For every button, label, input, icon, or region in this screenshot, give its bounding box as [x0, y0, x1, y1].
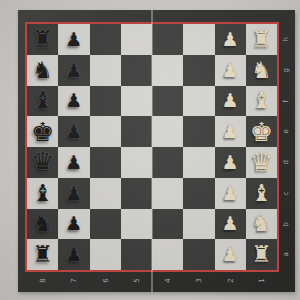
black-pawn: ♟	[65, 30, 82, 49]
square-b4[interactable]	[152, 209, 183, 240]
black-knight: ♞	[32, 59, 53, 82]
black-knight: ♞	[32, 212, 53, 235]
square-h8[interactable]: ♜	[27, 24, 58, 55]
square-h7[interactable]: ♟	[58, 24, 89, 55]
square-f4[interactable]	[152, 86, 183, 117]
square-c8[interactable]: ♝	[27, 178, 58, 209]
square-c6[interactable]	[90, 178, 121, 209]
black-pawn: ♟	[65, 245, 82, 264]
white-bishop: ♝	[251, 182, 272, 205]
white-pawn: ♟	[222, 30, 239, 49]
square-e2[interactable]: ♟	[215, 116, 246, 147]
white-king: ♚	[250, 119, 273, 145]
photo-background: ♜♟♟♜♞♟♟♞♝♟♟♝♚♟♟♚♛♟♟♛♝♟♟♝♞♟♟♞♜♟♟♜ hgfedcb…	[0, 0, 300, 300]
square-d4[interactable]	[152, 147, 183, 178]
square-f5[interactable]	[121, 86, 152, 117]
file-label-d: d	[271, 154, 300, 171]
rank-label-2: 2	[221, 265, 240, 296]
file-label-h: h	[271, 31, 300, 48]
rank-label-5: 5	[127, 265, 146, 296]
square-g3[interactable]	[183, 55, 214, 86]
square-e4[interactable]	[152, 116, 183, 147]
rank-label-8: 8	[33, 265, 52, 296]
black-bishop: ♝	[32, 182, 53, 205]
square-b5[interactable]	[121, 209, 152, 240]
file-label-c: c	[271, 185, 300, 202]
white-rook: ♜	[251, 28, 272, 51]
rank-label-1: 1	[252, 265, 271, 296]
square-d6[interactable]	[90, 147, 121, 178]
square-d2[interactable]: ♟	[215, 147, 246, 178]
white-pawn: ♟	[222, 245, 239, 264]
square-c4[interactable]	[152, 178, 183, 209]
square-g7[interactable]: ♟	[58, 55, 89, 86]
square-d5[interactable]	[121, 147, 152, 178]
square-h6[interactable]	[90, 24, 121, 55]
white-knight: ♞	[251, 212, 272, 235]
rank-label-3: 3	[189, 265, 208, 296]
white-pawn: ♟	[222, 61, 239, 80]
white-pawn: ♟	[222, 184, 239, 203]
white-knight: ♞	[251, 59, 272, 82]
white-pawn: ♟	[222, 153, 239, 172]
square-g4[interactable]	[152, 55, 183, 86]
square-e8[interactable]: ♚	[27, 116, 58, 147]
file-label-b: b	[271, 215, 300, 232]
square-g2[interactable]: ♟	[215, 55, 246, 86]
square-e7[interactable]: ♟	[58, 116, 89, 147]
square-b6[interactable]	[90, 209, 121, 240]
square-h2[interactable]: ♟	[215, 24, 246, 55]
white-pawn: ♟	[222, 214, 239, 233]
square-b3[interactable]	[183, 209, 214, 240]
file-labels: hgfedcba	[278, 24, 295, 270]
black-pawn: ♟	[65, 122, 82, 141]
file-label-g: g	[271, 62, 300, 79]
square-b2[interactable]: ♟	[215, 209, 246, 240]
white-pawn: ♟	[222, 91, 239, 110]
square-g8[interactable]: ♞	[27, 55, 58, 86]
square-d8[interactable]: ♛	[27, 147, 58, 178]
black-queen: ♛	[31, 149, 54, 175]
white-bishop: ♝	[251, 89, 272, 112]
square-e3[interactable]	[183, 116, 214, 147]
black-pawn: ♟	[65, 184, 82, 203]
square-e5[interactable]	[121, 116, 152, 147]
square-d7[interactable]: ♟	[58, 147, 89, 178]
black-pawn: ♟	[65, 153, 82, 172]
square-b7[interactable]: ♟	[58, 209, 89, 240]
square-c2[interactable]: ♟	[215, 178, 246, 209]
square-h5[interactable]	[121, 24, 152, 55]
chess-board: ♜♟♟♜♞♟♟♞♝♟♟♝♚♟♟♚♛♟♟♛♝♟♟♝♞♟♟♞♜♟♟♜ hgfedcb…	[18, 10, 295, 292]
board-squares: ♜♟♟♜♞♟♟♞♝♟♟♝♚♟♟♚♛♟♟♛♝♟♟♝♞♟♟♞♜♟♟♜	[27, 24, 277, 270]
file-label-a: a	[271, 246, 300, 263]
rank-label-7: 7	[64, 265, 83, 296]
black-bishop: ♝	[32, 89, 53, 112]
square-h3[interactable]	[183, 24, 214, 55]
square-d3[interactable]	[183, 147, 214, 178]
square-f8[interactable]: ♝	[27, 86, 58, 117]
file-label-f: f	[271, 92, 300, 109]
white-pawn: ♟	[222, 122, 239, 141]
square-g5[interactable]	[121, 55, 152, 86]
square-f6[interactable]	[90, 86, 121, 117]
white-rook: ♜	[251, 243, 272, 266]
square-f7[interactable]: ♟	[58, 86, 89, 117]
square-f2[interactable]: ♟	[215, 86, 246, 117]
black-rook: ♜	[32, 243, 53, 266]
black-pawn: ♟	[65, 61, 82, 80]
square-c5[interactable]	[121, 178, 152, 209]
rank-label-4: 4	[158, 265, 177, 296]
square-g6[interactable]	[90, 55, 121, 86]
square-c3[interactable]	[183, 178, 214, 209]
square-c7[interactable]: ♟	[58, 178, 89, 209]
square-b8[interactable]: ♞	[27, 209, 58, 240]
file-label-e: e	[271, 123, 300, 140]
square-f3[interactable]	[183, 86, 214, 117]
black-king: ♚	[31, 119, 54, 145]
white-queen: ♛	[250, 149, 273, 175]
square-e6[interactable]	[90, 116, 121, 147]
square-h4[interactable]	[152, 24, 183, 55]
black-pawn: ♟	[65, 91, 82, 110]
black-rook: ♜	[32, 28, 53, 51]
rank-label-6: 6	[96, 265, 115, 296]
black-pawn: ♟	[65, 214, 82, 233]
rank-labels: 87654321	[27, 271, 277, 290]
